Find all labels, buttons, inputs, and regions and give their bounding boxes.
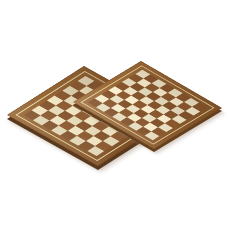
product-photo (0, 0, 228, 228)
